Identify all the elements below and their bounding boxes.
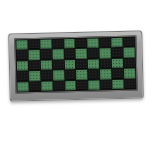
board-cell-green-r2c8	[100, 49, 111, 59]
board-cell-green-r5c1	[17, 82, 28, 92]
board-cell-green-r1c3	[40, 40, 51, 50]
board-cell-black-r1c10	[123, 38, 134, 48]
board-cell-black-r5c8	[101, 80, 112, 90]
board-cell-black-r3c8	[100, 59, 111, 69]
doormat	[8, 30, 144, 101]
board-cell-black-r2c3	[40, 50, 51, 60]
board-cell-green-r4c10	[124, 69, 135, 79]
board-cell-black-r4c5	[65, 70, 76, 80]
board-cell-green-r2c2	[28, 50, 39, 60]
board-cell-green-r1c7	[88, 38, 99, 48]
mat-border-frame	[14, 36, 137, 94]
board-cell-green-r2c6	[76, 49, 87, 59]
board-cell-black-r5c6	[77, 80, 88, 90]
board-cell-black-r3c2	[29, 61, 40, 71]
board-cell-black-r4c7	[88, 70, 99, 80]
board-cell-black-r3c4	[53, 60, 64, 70]
board-cell-green-r1c5	[64, 39, 75, 49]
photo-background	[0, 0, 152, 152]
board-cell-green-r5c7	[89, 80, 100, 90]
board-cell-green-r1c9	[112, 38, 123, 48]
board-cell-black-r3c6	[76, 60, 87, 70]
board-cell-green-r3c1	[17, 61, 28, 71]
board-cell-green-r3c3	[41, 60, 52, 70]
board-cell-black-r1c4	[52, 39, 63, 49]
board-cell-green-r4c6	[77, 70, 88, 80]
board-cell-green-r4c8	[100, 69, 111, 79]
board-cell-green-r1c1	[16, 40, 27, 50]
board-cell-black-r4c9	[112, 69, 123, 79]
checkerboard	[16, 38, 135, 92]
board-cell-green-r4c2	[29, 71, 40, 81]
board-cell-green-r5c3	[41, 81, 52, 91]
board-cell-green-r3c9	[112, 59, 123, 69]
board-cell-black-r2c1	[17, 51, 28, 61]
board-cell-black-r2c9	[112, 48, 123, 58]
board-cell-black-r3c10	[124, 58, 135, 68]
board-cell-black-r5c4	[53, 81, 64, 91]
board-cell-green-r2c4	[52, 50, 63, 60]
board-cell-black-r4c3	[41, 71, 52, 81]
board-cell-green-r5c9	[113, 79, 124, 89]
board-cell-green-r2c10	[124, 48, 135, 58]
board-cell-black-r2c7	[88, 49, 99, 59]
board-cell-black-r2c5	[64, 49, 75, 59]
board-cell-green-r4c4	[53, 70, 64, 80]
board-cell-green-r5c5	[65, 81, 76, 91]
board-cell-black-r1c6	[76, 39, 87, 49]
board-cell-black-r1c2	[28, 40, 39, 50]
board-cell-black-r5c10	[124, 79, 135, 89]
board-cell-green-r3c5	[64, 60, 75, 70]
board-cell-black-r1c8	[100, 38, 111, 48]
board-cell-green-r3c7	[88, 59, 99, 69]
board-cell-black-r5c2	[29, 81, 40, 91]
board-cell-black-r4c1	[17, 71, 28, 81]
